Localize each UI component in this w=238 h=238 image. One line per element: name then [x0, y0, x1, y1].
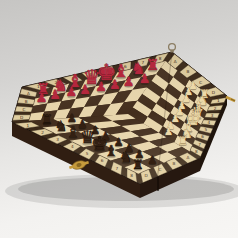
piece-natural-rook: ♜	[178, 134, 188, 148]
piece-brown-rook: ♜	[132, 157, 144, 172]
piece-red-pawn: ♟	[66, 84, 78, 99]
piece-brown-knight: ♞	[119, 149, 132, 165]
piece-natural-pawn: ♟	[164, 126, 173, 137]
piece-brown-pawn: ♟	[147, 154, 157, 167]
hanging-ring-icon	[169, 44, 176, 51]
piece-red-pawn: ♟	[139, 71, 151, 86]
piece-brown-rook: ♜	[41, 112, 53, 127]
photo-background: 12345678ABCD12345678ABCD12345678ABCD♜♞♝♚…	[0, 0, 238, 238]
piece-brown-bishop: ♝	[66, 123, 80, 141]
piece-red-pawn: ♟	[49, 87, 61, 102]
piece-red-pawn: ♟	[123, 74, 135, 89]
piece-brown-bishop: ♝	[105, 142, 119, 160]
piece-red-pawn: ♟	[109, 77, 121, 92]
piece-red-pawn: ♟	[95, 79, 107, 94]
three-player-chess-board-photo: 12345678ABCD12345678ABCD12345678ABCD♜♞♝♚…	[0, 0, 238, 238]
piece-red-pawn: ♟	[36, 90, 48, 105]
piece-red-pawn: ♟	[79, 82, 91, 97]
hanging-ring-mount	[170, 50, 173, 53]
